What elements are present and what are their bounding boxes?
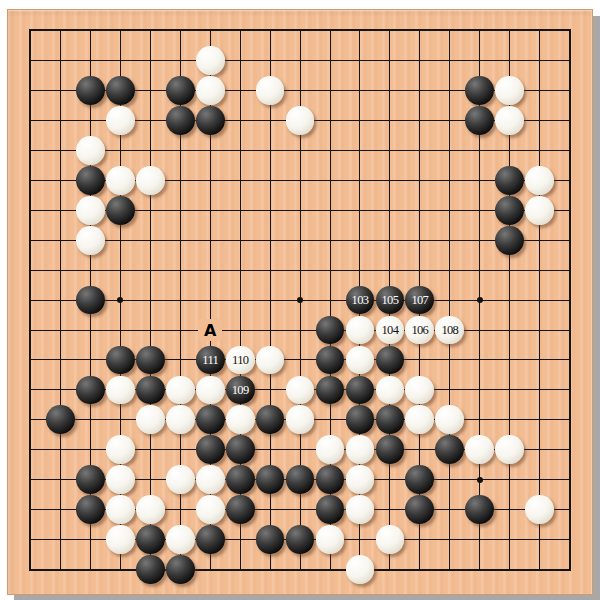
stone-black[interactable] (136, 346, 165, 375)
stone-white[interactable] (106, 465, 135, 494)
stone-white[interactable] (106, 495, 135, 524)
stone-white[interactable] (196, 495, 225, 524)
stone-white[interactable] (76, 196, 105, 225)
move-number-103: 103 (352, 294, 369, 307)
stone-white[interactable] (495, 106, 524, 135)
stone-black[interactable] (136, 555, 165, 584)
stone-black[interactable] (196, 106, 225, 135)
stone-white[interactable] (525, 166, 554, 195)
stone-black[interactable] (196, 405, 225, 434)
stone-white[interactable] (196, 76, 225, 105)
stone-black[interactable] (166, 106, 195, 135)
stone-black[interactable] (106, 76, 135, 105)
move-number-104: 104 (382, 324, 399, 337)
page: 103105107104106108111110109A (0, 0, 600, 600)
stone-white[interactable] (76, 226, 105, 255)
stone-black[interactable] (495, 196, 524, 225)
stone-white[interactable] (196, 376, 225, 405)
stone-black[interactable] (106, 346, 135, 375)
stone-white[interactable] (106, 166, 135, 195)
move-number-107: 107 (412, 294, 429, 307)
stone-white[interactable] (166, 465, 195, 494)
move-number-110: 110 (232, 354, 248, 367)
stone-black[interactable] (76, 465, 105, 494)
move-number-108: 108 (441, 324, 458, 337)
stone-black[interactable] (166, 76, 195, 105)
label-A[interactable]: A (198, 319, 222, 341)
stone-white[interactable] (226, 405, 255, 434)
move-number-105: 105 (382, 294, 399, 307)
stone-white[interactable] (286, 106, 315, 135)
stone-white[interactable] (106, 106, 135, 135)
stone-white[interactable] (136, 405, 165, 434)
stone-white[interactable] (316, 525, 345, 554)
stone-white[interactable] (166, 405, 195, 434)
stone-black[interactable] (46, 405, 75, 434)
stone-black[interactable] (495, 226, 524, 255)
star-point (477, 297, 483, 303)
star-point (477, 477, 483, 483)
stone-white[interactable] (495, 76, 524, 105)
stone-white[interactable] (525, 196, 554, 225)
stone-black[interactable]: 111 (196, 346, 225, 375)
stone-black[interactable] (136, 376, 165, 405)
stone-black[interactable] (226, 435, 255, 464)
stone-black[interactable] (76, 166, 105, 195)
stone-black[interactable]: 109 (226, 376, 255, 405)
stone-black[interactable] (76, 495, 105, 524)
stone-white[interactable] (196, 46, 225, 75)
stone-white[interactable] (376, 525, 405, 554)
stone-white[interactable] (346, 495, 375, 524)
stone-black[interactable] (76, 286, 105, 315)
stone-black[interactable] (226, 495, 255, 524)
stone-black[interactable] (495, 166, 524, 195)
stone-black[interactable] (196, 525, 225, 554)
stone-white[interactable] (346, 555, 375, 584)
move-number-111: 111 (202, 354, 218, 367)
stone-black[interactable] (196, 435, 225, 464)
stone-black[interactable] (76, 376, 105, 405)
move-number-106: 106 (412, 324, 429, 337)
stone-white[interactable] (136, 495, 165, 524)
stone-white[interactable] (106, 525, 135, 554)
stone-white[interactable]: 110 (226, 346, 255, 375)
stone-black[interactable] (226, 465, 255, 494)
stone-black[interactable] (465, 76, 494, 105)
stone-black[interactable] (76, 76, 105, 105)
stone-black[interactable] (136, 525, 165, 554)
stone-black[interactable] (106, 196, 135, 225)
stone-white[interactable] (166, 376, 195, 405)
stone-white[interactable] (256, 76, 285, 105)
stone-white[interactable] (136, 166, 165, 195)
stone-white[interactable] (106, 376, 135, 405)
stone-white[interactable] (196, 465, 225, 494)
stone-white[interactable] (166, 525, 195, 554)
stone-white[interactable] (76, 136, 105, 165)
stone-white[interactable] (106, 435, 135, 464)
stone-black[interactable] (465, 106, 494, 135)
stone-white[interactable] (525, 495, 554, 524)
go-board[interactable]: 103105107104106108111110109A (7, 9, 593, 595)
stone-black[interactable] (166, 555, 195, 584)
move-number-109: 109 (232, 384, 249, 397)
